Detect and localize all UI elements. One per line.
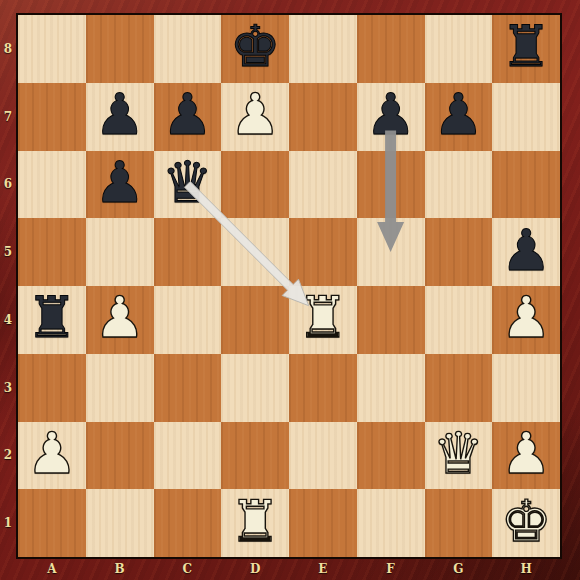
square-b5[interactable] [86,218,154,286]
rank-labels: 87654321 [0,15,16,557]
square-h6[interactable] [492,151,560,219]
file-label-c: C [154,560,222,578]
piece-black-pawn-h5[interactable]: ♟ [501,222,552,279]
file-label-b: B [86,560,154,578]
square-d3[interactable] [221,354,289,422]
square-h5[interactable]: ♟ [492,218,560,286]
piece-black-king-d8[interactable]: ♚ [230,18,281,75]
file-label-e: E [289,560,357,578]
square-c5[interactable] [154,218,222,286]
square-f4[interactable] [357,286,425,354]
square-c6[interactable]: ♛ [154,151,222,219]
piece-black-pawn-b6[interactable]: ♟ [94,154,145,211]
rank-label-4: 4 [0,286,16,354]
rank-label-5: 5 [0,218,16,286]
square-d5[interactable] [221,218,289,286]
square-b8[interactable] [86,15,154,83]
square-b6[interactable]: ♟ [86,151,154,219]
square-f2[interactable] [357,422,425,490]
piece-white-pawn-h2[interactable]: ♟ [501,425,552,482]
square-d4[interactable] [221,286,289,354]
square-b2[interactable] [86,422,154,490]
square-f8[interactable] [357,15,425,83]
piece-black-rook-h8[interactable]: ♜ [501,18,552,75]
square-a5[interactable] [18,218,86,286]
square-g2[interactable]: ♛ [425,422,493,490]
file-label-d: D [221,560,289,578]
chess-board-window: ♚♜♟♟♟♟♟♟♛♟♜♟♜♟♟♛♟♜♚ ABCDEFGH 87654321 [0,0,580,580]
square-h8[interactable]: ♜ [492,15,560,83]
rank-label-6: 6 [0,151,16,219]
piece-white-queen-g2[interactable]: ♛ [433,425,484,482]
square-h7[interactable] [492,83,560,151]
file-label-g: G [425,560,493,578]
square-a7[interactable] [18,83,86,151]
piece-white-pawn-h4[interactable]: ♟ [501,289,552,346]
square-a6[interactable] [18,151,86,219]
piece-white-rook-d1[interactable]: ♜ [230,493,281,550]
piece-black-pawn-c7[interactable]: ♟ [162,86,213,143]
piece-black-pawn-b7[interactable]: ♟ [94,86,145,143]
piece-black-queen-c6[interactable]: ♛ [162,154,213,211]
square-a1[interactable] [18,489,86,557]
square-g7[interactable]: ♟ [425,83,493,151]
square-b4[interactable]: ♟ [86,286,154,354]
square-f3[interactable] [357,354,425,422]
square-h4[interactable]: ♟ [492,286,560,354]
square-e2[interactable] [289,422,357,490]
file-label-a: A [18,560,86,578]
rank-label-3: 3 [0,354,16,422]
piece-white-pawn-a2[interactable]: ♟ [26,425,77,482]
piece-black-pawn-g7[interactable]: ♟ [433,86,484,143]
rank-label-2: 2 [0,422,16,490]
square-g6[interactable] [425,151,493,219]
square-c2[interactable] [154,422,222,490]
square-a4[interactable]: ♜ [18,286,86,354]
square-e6[interactable] [289,151,357,219]
square-g5[interactable] [425,218,493,286]
square-b3[interactable] [86,354,154,422]
piece-black-rook-a4[interactable]: ♜ [26,289,77,346]
square-g1[interactable] [425,489,493,557]
square-c8[interactable] [154,15,222,83]
piece-white-king-h1[interactable]: ♚ [501,493,552,550]
square-h1[interactable]: ♚ [492,489,560,557]
square-f1[interactable] [357,489,425,557]
square-g3[interactable] [425,354,493,422]
square-h2[interactable]: ♟ [492,422,560,490]
square-e4[interactable]: ♜ [289,286,357,354]
square-e1[interactable] [289,489,357,557]
square-e7[interactable] [289,83,357,151]
piece-white-rook-e4[interactable]: ♜ [297,289,348,346]
square-g8[interactable] [425,15,493,83]
file-labels: ABCDEFGH [18,560,560,578]
square-b1[interactable] [86,489,154,557]
chess-board: ♚♜♟♟♟♟♟♟♛♟♜♟♜♟♟♛♟♜♚ [16,13,562,559]
square-c4[interactable] [154,286,222,354]
square-e3[interactable] [289,354,357,422]
square-a3[interactable] [18,354,86,422]
square-d8[interactable]: ♚ [221,15,289,83]
rank-label-8: 8 [0,15,16,83]
square-f7[interactable]: ♟ [357,83,425,151]
square-c3[interactable] [154,354,222,422]
piece-white-pawn-b4[interactable]: ♟ [94,289,145,346]
rank-label-1: 1 [0,489,16,557]
file-label-h: H [492,560,560,578]
square-d1[interactable]: ♜ [221,489,289,557]
square-e8[interactable] [289,15,357,83]
square-f6[interactable] [357,151,425,219]
square-d7[interactable]: ♟ [221,83,289,151]
square-f5[interactable] [357,218,425,286]
piece-white-pawn-d7[interactable]: ♟ [230,86,281,143]
square-c1[interactable] [154,489,222,557]
square-b7[interactable]: ♟ [86,83,154,151]
square-d6[interactable] [221,151,289,219]
file-label-f: F [357,560,425,578]
square-a8[interactable] [18,15,86,83]
square-a2[interactable]: ♟ [18,422,86,490]
square-h3[interactable] [492,354,560,422]
square-c7[interactable]: ♟ [154,83,222,151]
piece-black-pawn-f7[interactable]: ♟ [365,86,416,143]
square-d2[interactable] [221,422,289,490]
square-e5[interactable] [289,218,357,286]
square-g4[interactable] [425,286,493,354]
rank-label-7: 7 [0,83,16,151]
